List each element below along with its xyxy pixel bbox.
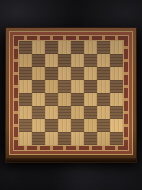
board-grid [19, 41, 123, 145]
square-e5[interactable] [71, 80, 84, 93]
square-g1[interactable] [97, 132, 110, 145]
velvet-background [0, 0, 142, 190]
square-h1[interactable] [110, 132, 123, 145]
square-g7[interactable] [97, 54, 110, 67]
square-d5[interactable] [58, 80, 71, 93]
square-d8[interactable] [58, 41, 71, 54]
board-frame [6, 28, 136, 158]
square-h4[interactable] [110, 93, 123, 106]
square-a8[interactable] [19, 41, 32, 54]
square-h6[interactable] [110, 67, 123, 80]
board-side-thickness [6, 158, 136, 162]
square-e4[interactable] [71, 93, 84, 106]
square-e7[interactable] [71, 54, 84, 67]
square-b1[interactable] [32, 132, 45, 145]
square-b4[interactable] [32, 93, 45, 106]
square-c6[interactable] [45, 67, 58, 80]
square-f2[interactable] [84, 119, 97, 132]
square-e1[interactable] [71, 132, 84, 145]
square-c7[interactable] [45, 54, 58, 67]
square-e3[interactable] [71, 106, 84, 119]
square-c8[interactable] [45, 41, 58, 54]
square-h5[interactable] [110, 80, 123, 93]
square-c3[interactable] [45, 106, 58, 119]
board-outer-edge [5, 27, 137, 163]
square-a3[interactable] [19, 106, 32, 119]
square-b7[interactable] [32, 54, 45, 67]
square-b3[interactable] [32, 106, 45, 119]
pinstripe-outer [9, 31, 133, 155]
square-h7[interactable] [110, 54, 123, 67]
square-c5[interactable] [45, 80, 58, 93]
pinstripe-middle [13, 35, 129, 151]
square-g4[interactable] [97, 93, 110, 106]
square-f4[interactable] [84, 93, 97, 106]
square-d2[interactable] [58, 119, 71, 132]
square-b6[interactable] [32, 67, 45, 80]
square-d6[interactable] [58, 67, 71, 80]
square-f7[interactable] [84, 54, 97, 67]
square-b8[interactable] [32, 41, 45, 54]
square-a6[interactable] [19, 67, 32, 80]
square-g3[interactable] [97, 106, 110, 119]
square-f6[interactable] [84, 67, 97, 80]
square-c2[interactable] [45, 119, 58, 132]
square-d1[interactable] [58, 132, 71, 145]
mahogany-band [10, 32, 132, 154]
square-b2[interactable] [32, 119, 45, 132]
inlay-tick-band [14, 36, 128, 150]
square-g2[interactable] [97, 119, 110, 132]
square-d4[interactable] [58, 93, 71, 106]
square-f3[interactable] [84, 106, 97, 119]
square-a7[interactable] [19, 54, 32, 67]
square-f8[interactable] [84, 41, 97, 54]
square-f1[interactable] [84, 132, 97, 145]
square-h2[interactable] [110, 119, 123, 132]
chess-board [5, 27, 137, 163]
square-a5[interactable] [19, 80, 32, 93]
square-a4[interactable] [19, 93, 32, 106]
square-b5[interactable] [32, 80, 45, 93]
square-a1[interactable] [19, 132, 32, 145]
square-g5[interactable] [97, 80, 110, 93]
square-g6[interactable] [97, 67, 110, 80]
square-e8[interactable] [71, 41, 84, 54]
square-e6[interactable] [71, 67, 84, 80]
square-h8[interactable] [110, 41, 123, 54]
square-c4[interactable] [45, 93, 58, 106]
pinstripe-inner [18, 40, 124, 146]
square-d3[interactable] [58, 106, 71, 119]
square-e2[interactable] [71, 119, 84, 132]
square-f5[interactable] [84, 80, 97, 93]
square-a2[interactable] [19, 119, 32, 132]
square-h3[interactable] [110, 106, 123, 119]
square-c1[interactable] [45, 132, 58, 145]
square-g8[interactable] [97, 41, 110, 54]
square-d7[interactable] [58, 54, 71, 67]
